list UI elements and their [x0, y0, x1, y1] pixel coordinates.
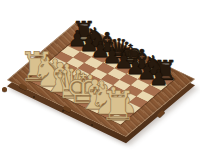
white-rook[interactable]: ♜ [100, 85, 136, 126]
corner-knob [2, 87, 7, 92]
screw-icon [91, 124, 93, 126]
screw-icon [33, 96, 35, 98]
screw-icon [62, 110, 64, 112]
black-pawn[interactable]: ♟ [149, 67, 169, 89]
pieces-layer: ♜♞♝♛♚♝♞♜♟♟♟♟♟♟♟♟♟♟♟♟♟♟♟♟♜♞♝♛♚♝♞♜ [0, 0, 200, 161]
chess-set-photo: ♜♞♝♛♚♝♞♜♟♟♟♟♟♟♟♟♟♟♟♟♟♟♟♟♜♞♝♛♚♝♞♜ [0, 0, 200, 161]
